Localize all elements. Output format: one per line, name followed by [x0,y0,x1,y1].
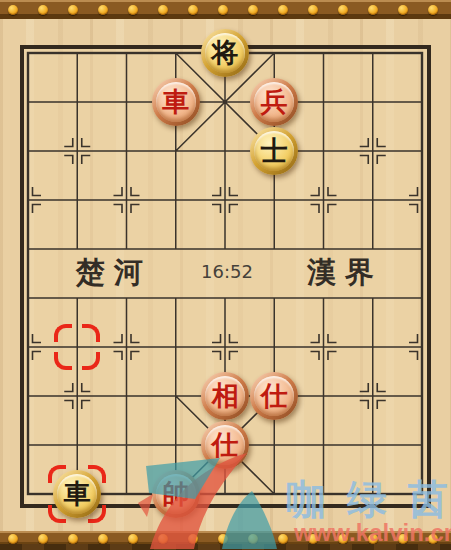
gold-stud-icon [158,5,168,15]
gold-stud-icon [338,5,348,15]
piece-red-chariot[interactable]: 車 [152,78,200,126]
piece-red-general[interactable]: 帥 [152,470,200,518]
gold-stud-icon [398,5,408,15]
piece-glyph: 仕 [212,432,239,459]
gold-stud-icon [428,5,438,15]
piece-black-chariot[interactable]: 車 [53,470,101,518]
bracket-corner-icon [82,352,100,370]
xiangqi-app: 楚河 16:52 漢界 将車兵士相仕仕帥車 咖绿茵 www.kalvin.cn [0,0,451,550]
gold-stud-icon [248,534,258,544]
gold-stud-icon [38,5,48,15]
game-timer: 16:52 [197,261,257,283]
gold-stud-icon [278,5,288,15]
gold-stud-icon [218,534,228,544]
bottom-wood-rail [0,531,451,545]
gold-stud-icon [128,534,138,544]
piece-glyph: 相 [212,383,239,410]
bottom-plank-strip [0,544,451,550]
piece-glyph: 車 [162,89,189,116]
gold-stud-icon [218,5,228,15]
gold-stud-icon [338,534,348,544]
piece-red-elephant[interactable]: 相 [201,372,249,420]
piece-glyph: 将 [212,40,239,67]
gold-stud-icon [98,5,108,15]
gold-stud-icon [158,534,168,544]
piece-black-advisor[interactable]: 士 [250,127,298,175]
river-label-chu-he: 楚河 [66,254,162,290]
gold-stud-icon [368,534,378,544]
piece-glyph: 車 [64,481,91,508]
piece-glyph: 帥 [162,481,189,508]
piece-glyph: 兵 [261,89,288,116]
river-label-han-jie: 漢界 [297,254,393,290]
piece-red-advisor-a[interactable]: 仕 [250,372,298,420]
bracket-corner-icon [54,324,72,342]
gold-stud-icon [188,5,198,15]
gold-stud-icon [428,534,438,544]
last-move-from-marker [54,324,100,370]
gold-stud-icon [8,534,18,544]
gold-stud-icon [8,5,18,15]
bracket-corner-icon [82,324,100,342]
bracket-corner-icon [54,352,72,370]
gold-stud-icon [188,534,198,544]
gold-stud-icon [98,534,108,544]
piece-glyph: 仕 [261,383,288,410]
gold-stud-icon [368,5,378,15]
gold-stud-icon [308,534,318,544]
gold-stud-icon [278,534,288,544]
gold-stud-icon [68,534,78,544]
gold-stud-icon [248,5,258,15]
top-wood-rail [0,0,451,19]
gold-stud-icon [398,534,408,544]
piece-red-advisor-b[interactable]: 仕 [201,421,249,469]
gold-stud-icon [68,5,78,15]
gold-stud-icon [38,534,48,544]
piece-black-general[interactable]: 将 [201,29,249,77]
gold-stud-icon [308,5,318,15]
gold-stud-icon [128,5,138,15]
piece-red-soldier[interactable]: 兵 [250,78,298,126]
piece-glyph: 士 [261,138,288,165]
